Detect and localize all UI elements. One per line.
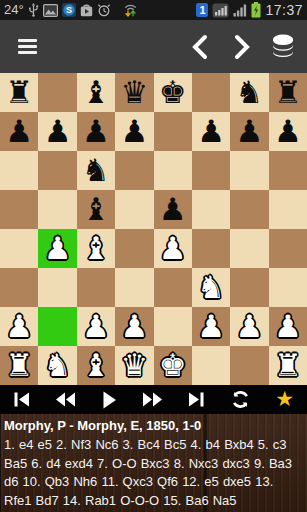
- piece-black-knight: ♞: [236, 73, 264, 112]
- square-d4[interactable]: [115, 229, 153, 268]
- square-a1[interactable]: ♜: [0, 346, 38, 385]
- square-e8[interactable]: ♚: [154, 73, 192, 112]
- square-g4[interactable]: [230, 229, 268, 268]
- piece-black-pawn: ♟: [5, 112, 33, 151]
- piece-white-pawn: ♟: [44, 229, 72, 268]
- app-toolbar: [0, 20, 307, 73]
- piece-black-bishop: ♝: [82, 73, 110, 112]
- square-d8[interactable]: ♛: [115, 73, 153, 112]
- square-a3[interactable]: [0, 268, 38, 307]
- menu-button[interactable]: [18, 37, 44, 57]
- square-e1[interactable]: ♚: [154, 346, 192, 385]
- square-c7[interactable]: ♟: [77, 112, 115, 151]
- piece-black-rook: ♜: [5, 73, 33, 112]
- square-a2[interactable]: ♟: [0, 307, 38, 346]
- piece-white-pawn: ♟: [197, 307, 225, 346]
- square-b1[interactable]: ♞: [38, 346, 76, 385]
- square-e5[interactable]: ♟: [154, 190, 192, 229]
- square-f1[interactable]: [192, 346, 230, 385]
- play-button[interactable]: [102, 391, 117, 409]
- piece-white-pawn: ♟: [82, 307, 110, 346]
- favorite-star-icon[interactable]: ★: [275, 389, 294, 410]
- usb-icon: [28, 3, 39, 17]
- square-b4[interactable]: ♟: [38, 229, 76, 268]
- status-bar: 24° S 1 17:37: [0, 0, 307, 20]
- piece-white-rook: ♜: [274, 346, 302, 385]
- piece-black-pawn: ♟: [197, 112, 225, 151]
- square-a8[interactable]: ♜: [0, 73, 38, 112]
- piece-black-pawn: ♟: [274, 112, 302, 151]
- square-h8[interactable]: ♜: [269, 73, 307, 112]
- piece-white-king: ♚: [159, 346, 187, 385]
- sim-1-badge: 1: [196, 3, 208, 17]
- square-c1[interactable]: ♝: [77, 346, 115, 385]
- square-f5[interactable]: [192, 190, 230, 229]
- square-b6[interactable]: [38, 151, 76, 190]
- svg-text:S: S: [66, 5, 72, 15]
- next-game-button[interactable]: [229, 33, 253, 61]
- piece-white-rook: ♜: [5, 346, 33, 385]
- square-d2[interactable]: ♟: [115, 307, 153, 346]
- previous-game-button[interactable]: [189, 33, 213, 61]
- square-e6[interactable]: [154, 151, 192, 190]
- go-to-start-button[interactable]: [13, 391, 30, 408]
- square-b5[interactable]: [38, 190, 76, 229]
- square-a7[interactable]: ♟: [0, 112, 38, 151]
- next-move-button[interactable]: [142, 391, 163, 408]
- square-g3[interactable]: [230, 268, 268, 307]
- piece-white-pawn: ♟: [120, 307, 148, 346]
- square-f7[interactable]: ♟: [192, 112, 230, 151]
- square-b8[interactable]: [38, 73, 76, 112]
- square-h7[interactable]: ♟: [269, 112, 307, 151]
- square-g5[interactable]: [230, 190, 268, 229]
- previous-move-button[interactable]: [55, 391, 76, 408]
- square-b3[interactable]: [38, 268, 76, 307]
- signal-icon: [233, 3, 247, 17]
- piece-white-pawn: ♟: [5, 307, 33, 346]
- piece-white-knight: ♞: [197, 268, 225, 307]
- square-h2[interactable]: ♟: [269, 307, 307, 346]
- temperature-label: 24°: [4, 0, 24, 20]
- square-g8[interactable]: ♞: [230, 73, 268, 112]
- play-store-icon: [80, 3, 93, 17]
- square-f2[interactable]: ♟: [192, 307, 230, 346]
- square-h6[interactable]: [269, 151, 307, 190]
- piece-black-rook: ♜: [274, 73, 302, 112]
- square-g7[interactable]: ♟: [230, 112, 268, 151]
- piece-white-knight: ♞: [44, 346, 72, 385]
- square-c8[interactable]: ♝: [77, 73, 115, 112]
- clock-label: 17:37: [265, 2, 303, 18]
- square-d1[interactable]: ♛: [115, 346, 153, 385]
- piece-black-pawn: ♟: [82, 112, 110, 151]
- database-icon[interactable]: [269, 33, 297, 60]
- square-a4[interactable]: [0, 229, 38, 268]
- square-a5[interactable]: [0, 190, 38, 229]
- move-list[interactable]: 1. e4 e5 2. Nf3 Nc6 3. Bc4 Bc5 4. b4 Bxb…: [4, 436, 303, 510]
- piece-black-bishop: ♝: [82, 190, 110, 229]
- square-g2[interactable]: ♟: [230, 307, 268, 346]
- piece-black-pawn: ♟: [120, 112, 148, 151]
- alarm-clock-icon: [97, 3, 111, 17]
- go-to-end-button[interactable]: [188, 391, 205, 408]
- piece-white-bishop: ♝: [82, 229, 110, 268]
- square-h1[interactable]: ♜: [269, 346, 307, 385]
- square-d6[interactable]: [115, 151, 153, 190]
- square-c6[interactable]: ♞: [77, 151, 115, 190]
- square-f8[interactable]: [192, 73, 230, 112]
- square-g6[interactable]: [230, 151, 268, 190]
- game-header: Morphy, P - Morphy, E, 1850, 1-0: [4, 417, 303, 434]
- square-c3[interactable]: [77, 268, 115, 307]
- square-d7[interactable]: ♟: [115, 112, 153, 151]
- battery-charging-icon: [251, 2, 261, 18]
- piece-black-pawn: ♟: [159, 190, 187, 229]
- chess-board: ♜♝♛♚♞♜♟♟♟♟♟♟♟♞♝♟♟♝♟♞♟♟♟♟♟♟♜♞♝♛♚♜: [0, 73, 307, 385]
- piece-black-pawn: ♟: [44, 112, 72, 151]
- square-e4[interactable]: ♟: [154, 229, 192, 268]
- square-b2[interactable]: [38, 307, 76, 346]
- square-e2[interactable]: [154, 307, 192, 346]
- data-traffic-icon: [123, 3, 138, 17]
- piece-white-pawn: ♟: [159, 229, 187, 268]
- signal-boxed-icon: [212, 3, 229, 18]
- square-h4[interactable]: [269, 229, 307, 268]
- square-d3[interactable]: [115, 268, 153, 307]
- square-b7[interactable]: ♟: [38, 112, 76, 151]
- square-h5[interactable]: [269, 190, 307, 229]
- skype-icon: S: [62, 3, 76, 17]
- square-g1[interactable]: [230, 346, 268, 385]
- playback-controls: ★: [0, 385, 307, 414]
- square-f3[interactable]: ♞: [192, 268, 230, 307]
- square-c2[interactable]: ♟: [77, 307, 115, 346]
- app-window: 24° S 1 17:37: [0, 0, 307, 512]
- square-a6[interactable]: [0, 151, 38, 190]
- square-h3[interactable]: [269, 268, 307, 307]
- square-f4[interactable]: [192, 229, 230, 268]
- piece-white-queen: ♛: [120, 346, 148, 385]
- game-info-panel: Morphy, P - Morphy, E, 1850, 1-0 1. e4 e…: [0, 414, 307, 512]
- piece-black-king: ♚: [159, 73, 187, 112]
- piece-white-bishop: ♝: [82, 346, 110, 385]
- piece-black-pawn: ♟: [236, 112, 264, 151]
- gallery-icon: [43, 4, 58, 17]
- flip-board-button[interactable]: [231, 390, 250, 409]
- square-c4[interactable]: ♝: [77, 229, 115, 268]
- piece-black-queen: ♛: [120, 73, 148, 112]
- square-e7[interactable]: [154, 112, 192, 151]
- square-f6[interactable]: [192, 151, 230, 190]
- square-c5[interactable]: ♝: [77, 190, 115, 229]
- piece-black-knight: ♞: [82, 151, 110, 190]
- square-d5[interactable]: [115, 190, 153, 229]
- piece-white-pawn: ♟: [274, 307, 302, 346]
- piece-white-pawn: ♟: [236, 307, 264, 346]
- square-e3[interactable]: [154, 268, 192, 307]
